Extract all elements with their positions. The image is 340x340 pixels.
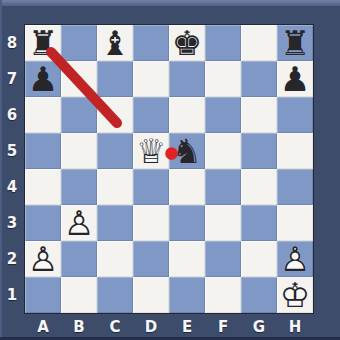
board-square[interactable]: ♟♙ — [277, 241, 313, 277]
board-square[interactable]: ♟♙ — [61, 205, 97, 241]
black-rook[interactable]: ♜ — [277, 25, 313, 61]
white-pawn-outline: ♙ — [277, 241, 313, 277]
frame-top-bevel — [0, 0, 340, 6]
black-pawn[interactable]: ♟ — [25, 61, 61, 97]
board-square[interactable] — [277, 133, 313, 169]
board-square[interactable]: ♚ — [169, 25, 205, 61]
board-square[interactable] — [97, 169, 133, 205]
rank-label: 1 — [0, 277, 24, 313]
rank-labels: 87654321 — [0, 25, 24, 313]
board-square[interactable] — [133, 169, 169, 205]
board-square[interactable]: ♟ — [277, 61, 313, 97]
board-square[interactable] — [133, 205, 169, 241]
board-square[interactable] — [133, 241, 169, 277]
board-square[interactable] — [97, 133, 133, 169]
board-square[interactable] — [241, 97, 277, 133]
board-square[interactable] — [205, 25, 241, 61]
rank-label: 3 — [0, 205, 24, 241]
file-label: D — [133, 314, 169, 339]
board-square[interactable] — [169, 205, 205, 241]
board-square[interactable] — [205, 205, 241, 241]
chess-board: ♜♝♚♜♟♟♛♕♞♟♙♟♙♟♙♚♔ — [24, 24, 314, 314]
board-square[interactable] — [61, 61, 97, 97]
board-square[interactable] — [97, 61, 133, 97]
board-square[interactable] — [25, 133, 61, 169]
rank-label: 7 — [0, 61, 24, 97]
board-square[interactable] — [241, 25, 277, 61]
black-king-glyph: ♚ — [169, 25, 205, 61]
board-square[interactable] — [97, 205, 133, 241]
black-pawn[interactable]: ♟ — [277, 61, 313, 97]
board-square[interactable] — [133, 61, 169, 97]
black-pawn-glyph: ♟ — [277, 61, 313, 97]
black-knight[interactable]: ♞ — [169, 133, 205, 169]
rank-label: 5 — [0, 133, 24, 169]
black-king[interactable]: ♚ — [169, 25, 205, 61]
board-square[interactable] — [25, 205, 61, 241]
board-square[interactable] — [25, 277, 61, 313]
board-square[interactable] — [61, 169, 97, 205]
board-square[interactable]: ♝ — [97, 25, 133, 61]
white-king[interactable]: ♚♔ — [277, 277, 313, 313]
file-label: F — [205, 314, 241, 339]
board-square[interactable]: ♞ — [169, 133, 205, 169]
black-knight-glyph: ♞ — [169, 133, 205, 169]
board-square[interactable]: ♜ — [25, 25, 61, 61]
board-square[interactable] — [61, 97, 97, 133]
board-square[interactable] — [241, 277, 277, 313]
board-square[interactable] — [241, 61, 277, 97]
black-bishop-glyph: ♝ — [97, 25, 133, 61]
board-square[interactable] — [205, 133, 241, 169]
file-label: E — [169, 314, 205, 339]
black-rook[interactable]: ♜ — [25, 25, 61, 61]
board-square[interactable] — [25, 169, 61, 205]
black-bishop[interactable]: ♝ — [97, 25, 133, 61]
black-rook-glyph: ♜ — [25, 25, 61, 61]
file-labels: ABCDEFGH — [25, 314, 313, 339]
board-square[interactable] — [97, 277, 133, 313]
board-square[interactable] — [61, 277, 97, 313]
board-square[interactable]: ♛♕ — [133, 133, 169, 169]
rank-label: 2 — [0, 241, 24, 277]
board-square[interactable] — [133, 25, 169, 61]
rank-label: 6 — [0, 97, 24, 133]
board-square[interactable]: ♟♙ — [25, 241, 61, 277]
black-rook-glyph: ♜ — [277, 25, 313, 61]
board-square[interactable] — [169, 277, 205, 313]
board-square[interactable] — [205, 169, 241, 205]
board-square[interactable] — [277, 205, 313, 241]
board-square[interactable] — [241, 205, 277, 241]
black-pawn-glyph: ♟ — [25, 61, 61, 97]
board-square[interactable] — [61, 133, 97, 169]
board-square[interactable] — [97, 241, 133, 277]
file-label: H — [277, 314, 313, 339]
rank-label: 8 — [0, 25, 24, 61]
board-square[interactable] — [169, 97, 205, 133]
white-pawn-outline: ♙ — [25, 241, 61, 277]
white-pawn-outline: ♙ — [61, 205, 97, 241]
board-square[interactable]: ♚♔ — [277, 277, 313, 313]
board-square[interactable] — [241, 169, 277, 205]
file-label: A — [25, 314, 61, 339]
board-square[interactable]: ♟ — [25, 61, 61, 97]
white-pawn[interactable]: ♟♙ — [277, 241, 313, 277]
white-king-outline: ♔ — [277, 277, 313, 313]
board-square[interactable] — [61, 241, 97, 277]
board-square[interactable] — [205, 277, 241, 313]
board-square[interactable]: ♜ — [277, 25, 313, 61]
board-square[interactable] — [133, 277, 169, 313]
board-square[interactable] — [169, 169, 205, 205]
white-queen[interactable]: ♛♕ — [133, 133, 169, 169]
file-label: G — [241, 314, 277, 339]
file-label: B — [61, 314, 97, 339]
file-label: C — [97, 314, 133, 339]
board-square[interactable] — [205, 241, 241, 277]
white-pawn[interactable]: ♟♙ — [25, 241, 61, 277]
board-square[interactable] — [277, 97, 313, 133]
white-pawn[interactable]: ♟♙ — [61, 205, 97, 241]
board-square[interactable] — [241, 133, 277, 169]
rank-label: 4 — [0, 169, 24, 205]
board-square[interactable] — [169, 241, 205, 277]
board-square[interactable] — [61, 25, 97, 61]
chess-diagram: 87654321 ♜♝♚♜♟♟♛♕♞♟♙♟♙♟♙♚♔ ABCDEFGH — [0, 0, 340, 340]
board-square[interactable] — [133, 97, 169, 133]
board-square[interactable] — [169, 61, 205, 97]
board-square[interactable] — [205, 97, 241, 133]
board-square[interactable] — [277, 169, 313, 205]
white-queen-outline: ♕ — [133, 133, 169, 169]
board-square[interactable] — [25, 97, 61, 133]
board-square[interactable] — [97, 97, 133, 133]
board-square[interactable] — [241, 241, 277, 277]
board-square[interactable] — [205, 61, 241, 97]
